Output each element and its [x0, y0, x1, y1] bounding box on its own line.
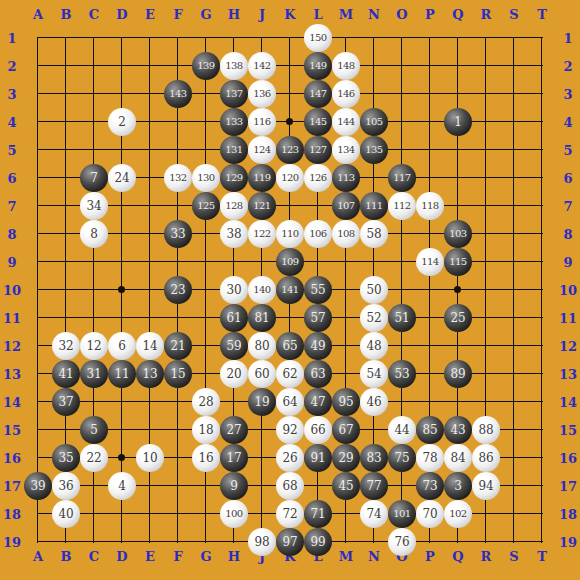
intersection-K1[interactable] — [276, 24, 304, 52]
stone-white-112[interactable]: 112 — [388, 192, 416, 220]
intersection-O3[interactable] — [388, 80, 416, 108]
intersection-G9[interactable] — [192, 248, 220, 276]
stone-black-149[interactable]: 149 — [304, 52, 332, 80]
intersection-H3[interactable]: 137 — [220, 80, 248, 108]
stone-white-74[interactable]: 74 — [360, 500, 388, 528]
intersection-H11[interactable]: 61 — [220, 304, 248, 332]
stone-black-11[interactable]: 11 — [108, 360, 136, 388]
intersection-S19[interactable] — [500, 528, 528, 556]
intersection-E12[interactable]: 14 — [136, 332, 164, 360]
stone-black-33[interactable]: 33 — [164, 220, 192, 248]
intersection-Q15[interactable]: 43 — [444, 416, 472, 444]
stone-black-51[interactable]: 51 — [388, 304, 416, 332]
intersection-J8[interactable]: 122 — [248, 220, 276, 248]
stone-white-146[interactable]: 146 — [332, 80, 360, 108]
intersection-P2[interactable] — [416, 52, 444, 80]
intersection-K4[interactable] — [276, 108, 304, 136]
intersection-F1[interactable] — [164, 24, 192, 52]
intersection-M13[interactable] — [332, 360, 360, 388]
stone-white-132[interactable]: 132 — [164, 164, 192, 192]
intersection-R13[interactable] — [472, 360, 500, 388]
stone-black-95[interactable]: 95 — [332, 388, 360, 416]
intersection-N11[interactable]: 52 — [360, 304, 388, 332]
intersection-O8[interactable] — [388, 220, 416, 248]
intersection-F16[interactable] — [164, 444, 192, 472]
intersection-Q18[interactable]: 102 — [444, 500, 472, 528]
intersection-F2[interactable] — [164, 52, 192, 80]
stone-black-113[interactable]: 113 — [332, 164, 360, 192]
intersection-H17[interactable]: 9 — [220, 472, 248, 500]
intersection-H16[interactable]: 17 — [220, 444, 248, 472]
intersection-R17[interactable]: 94 — [472, 472, 500, 500]
stone-white-84[interactable]: 84 — [444, 444, 472, 472]
intersection-L14[interactable]: 47 — [304, 388, 332, 416]
intersection-H12[interactable]: 59 — [220, 332, 248, 360]
intersection-R2[interactable] — [472, 52, 500, 80]
intersection-O15[interactable]: 44 — [388, 416, 416, 444]
intersection-H6[interactable]: 129 — [220, 164, 248, 192]
intersection-M8[interactable]: 108 — [332, 220, 360, 248]
intersection-Q4[interactable]: 1 — [444, 108, 472, 136]
intersection-M14[interactable]: 95 — [332, 388, 360, 416]
intersection-R8[interactable] — [472, 220, 500, 248]
intersection-S2[interactable] — [500, 52, 528, 80]
intersection-L6[interactable]: 126 — [304, 164, 332, 192]
intersection-S8[interactable] — [500, 220, 528, 248]
stone-black-43[interactable]: 43 — [444, 416, 472, 444]
intersection-L4[interactable]: 145 — [304, 108, 332, 136]
stone-white-78[interactable]: 78 — [416, 444, 444, 472]
stone-black-139[interactable]: 139 — [192, 52, 220, 80]
intersection-E4[interactable] — [136, 108, 164, 136]
intersection-K13[interactable]: 62 — [276, 360, 304, 388]
intersection-A16[interactable] — [24, 444, 52, 472]
intersection-R15[interactable]: 88 — [472, 416, 500, 444]
stone-black-59[interactable]: 59 — [220, 332, 248, 360]
intersection-S3[interactable] — [500, 80, 528, 108]
intersection-N2[interactable] — [360, 52, 388, 80]
intersection-C14[interactable] — [80, 388, 108, 416]
intersection-T12[interactable] — [528, 332, 556, 360]
intersection-A2[interactable] — [24, 52, 52, 80]
intersection-T14[interactable] — [528, 388, 556, 416]
intersection-O12[interactable] — [388, 332, 416, 360]
intersection-E19[interactable] — [136, 528, 164, 556]
intersection-Q9[interactable]: 115 — [444, 248, 472, 276]
intersection-S11[interactable] — [500, 304, 528, 332]
stone-white-114[interactable]: 114 — [416, 248, 444, 276]
intersection-C9[interactable] — [80, 248, 108, 276]
intersection-D4[interactable]: 2 — [108, 108, 136, 136]
intersection-L2[interactable]: 149 — [304, 52, 332, 80]
intersection-P5[interactable] — [416, 136, 444, 164]
intersection-E3[interactable] — [136, 80, 164, 108]
intersection-J6[interactable]: 119 — [248, 164, 276, 192]
intersection-L15[interactable]: 66 — [304, 416, 332, 444]
intersection-M19[interactable] — [332, 528, 360, 556]
intersection-N13[interactable]: 54 — [360, 360, 388, 388]
intersection-C18[interactable] — [80, 500, 108, 528]
intersection-K14[interactable]: 64 — [276, 388, 304, 416]
stone-white-46[interactable]: 46 — [360, 388, 388, 416]
stone-white-60[interactable]: 60 — [248, 360, 276, 388]
intersection-P15[interactable]: 85 — [416, 416, 444, 444]
intersection-P1[interactable] — [416, 24, 444, 52]
intersection-D17[interactable]: 4 — [108, 472, 136, 500]
intersection-C4[interactable] — [80, 108, 108, 136]
intersection-M17[interactable]: 45 — [332, 472, 360, 500]
intersection-C6[interactable]: 7 — [80, 164, 108, 192]
intersection-M2[interactable]: 148 — [332, 52, 360, 80]
stone-white-34[interactable]: 34 — [80, 192, 108, 220]
intersection-J15[interactable] — [248, 416, 276, 444]
intersection-J17[interactable] — [248, 472, 276, 500]
stone-white-24[interactable]: 24 — [108, 164, 136, 192]
intersection-F18[interactable] — [164, 500, 192, 528]
intersection-B4[interactable] — [52, 108, 80, 136]
stone-white-32[interactable]: 32 — [52, 332, 80, 360]
intersection-E14[interactable] — [136, 388, 164, 416]
intersection-N16[interactable]: 83 — [360, 444, 388, 472]
intersection-J1[interactable] — [248, 24, 276, 52]
intersection-D3[interactable] — [108, 80, 136, 108]
intersection-E2[interactable] — [136, 52, 164, 80]
stone-black-45[interactable]: 45 — [332, 472, 360, 500]
intersection-T19[interactable] — [528, 528, 556, 556]
intersection-G10[interactable] — [192, 276, 220, 304]
intersection-O11[interactable]: 51 — [388, 304, 416, 332]
stone-white-144[interactable]: 144 — [332, 108, 360, 136]
intersection-K10[interactable]: 141 — [276, 276, 304, 304]
intersection-D16[interactable] — [108, 444, 136, 472]
intersection-R11[interactable] — [472, 304, 500, 332]
stone-black-19[interactable]: 19 — [248, 388, 276, 416]
intersection-Q8[interactable]: 103 — [444, 220, 472, 248]
stone-white-30[interactable]: 30 — [220, 276, 248, 304]
stone-black-73[interactable]: 73 — [416, 472, 444, 500]
intersection-G13[interactable] — [192, 360, 220, 388]
intersection-B1[interactable] — [52, 24, 80, 52]
stone-black-31[interactable]: 31 — [80, 360, 108, 388]
intersection-C12[interactable]: 12 — [80, 332, 108, 360]
intersection-N10[interactable]: 50 — [360, 276, 388, 304]
stone-white-6[interactable]: 6 — [108, 332, 136, 360]
intersection-K16[interactable]: 26 — [276, 444, 304, 472]
intersection-F5[interactable] — [164, 136, 192, 164]
stone-black-53[interactable]: 53 — [388, 360, 416, 388]
intersection-L19[interactable]: 99 — [304, 528, 332, 556]
stone-white-54[interactable]: 54 — [360, 360, 388, 388]
intersection-C1[interactable] — [80, 24, 108, 52]
stone-white-10[interactable]: 10 — [136, 444, 164, 472]
intersection-M11[interactable] — [332, 304, 360, 332]
intersection-N6[interactable] — [360, 164, 388, 192]
intersection-D19[interactable] — [108, 528, 136, 556]
intersection-G17[interactable] — [192, 472, 220, 500]
stone-black-137[interactable]: 137 — [220, 80, 248, 108]
intersection-C15[interactable]: 5 — [80, 416, 108, 444]
intersection-N1[interactable] — [360, 24, 388, 52]
intersection-B2[interactable] — [52, 52, 80, 80]
intersection-T4[interactable] — [528, 108, 556, 136]
intersection-A7[interactable] — [24, 192, 52, 220]
stone-white-70[interactable]: 70 — [416, 500, 444, 528]
intersection-M4[interactable]: 144 — [332, 108, 360, 136]
stone-black-91[interactable]: 91 — [304, 444, 332, 472]
intersection-P17[interactable]: 73 — [416, 472, 444, 500]
intersection-N15[interactable] — [360, 416, 388, 444]
intersection-S6[interactable] — [500, 164, 528, 192]
stone-white-120[interactable]: 120 — [276, 164, 304, 192]
intersection-M10[interactable] — [332, 276, 360, 304]
intersection-B16[interactable]: 35 — [52, 444, 80, 472]
stone-white-142[interactable]: 142 — [248, 52, 276, 80]
intersection-J2[interactable]: 142 — [248, 52, 276, 80]
intersection-H15[interactable]: 27 — [220, 416, 248, 444]
stone-black-21[interactable]: 21 — [164, 332, 192, 360]
intersection-F10[interactable]: 23 — [164, 276, 192, 304]
stone-black-35[interactable]: 35 — [52, 444, 80, 472]
intersection-B7[interactable] — [52, 192, 80, 220]
stone-black-57[interactable]: 57 — [304, 304, 332, 332]
stone-black-25[interactable]: 25 — [444, 304, 472, 332]
intersection-D5[interactable] — [108, 136, 136, 164]
intersection-T11[interactable] — [528, 304, 556, 332]
intersection-T8[interactable] — [528, 220, 556, 248]
intersection-O2[interactable] — [388, 52, 416, 80]
intersection-G16[interactable]: 16 — [192, 444, 220, 472]
intersection-F11[interactable] — [164, 304, 192, 332]
intersection-Q14[interactable] — [444, 388, 472, 416]
stone-black-121[interactable]: 121 — [248, 192, 276, 220]
intersection-M15[interactable]: 67 — [332, 416, 360, 444]
stone-white-124[interactable]: 124 — [248, 136, 276, 164]
intersection-D1[interactable] — [108, 24, 136, 52]
intersection-P12[interactable] — [416, 332, 444, 360]
intersection-T1[interactable] — [528, 24, 556, 52]
intersection-B9[interactable] — [52, 248, 80, 276]
intersection-R4[interactable] — [472, 108, 500, 136]
intersection-E16[interactable]: 10 — [136, 444, 164, 472]
intersection-J4[interactable]: 116 — [248, 108, 276, 136]
intersection-T2[interactable] — [528, 52, 556, 80]
intersection-D11[interactable] — [108, 304, 136, 332]
intersection-E9[interactable] — [136, 248, 164, 276]
stone-black-3[interactable]: 3 — [444, 472, 472, 500]
stone-white-76[interactable]: 76 — [388, 528, 416, 556]
stone-black-75[interactable]: 75 — [388, 444, 416, 472]
intersection-B19[interactable] — [52, 528, 80, 556]
stone-black-143[interactable]: 143 — [164, 80, 192, 108]
stone-black-141[interactable]: 141 — [276, 276, 304, 304]
stone-white-72[interactable]: 72 — [276, 500, 304, 528]
intersection-C16[interactable]: 22 — [80, 444, 108, 472]
intersection-F4[interactable] — [164, 108, 192, 136]
stone-black-29[interactable]: 29 — [332, 444, 360, 472]
intersection-G18[interactable] — [192, 500, 220, 528]
intersection-A17[interactable]: 39 — [24, 472, 52, 500]
stone-white-116[interactable]: 116 — [248, 108, 276, 136]
intersection-S16[interactable] — [500, 444, 528, 472]
intersection-C3[interactable] — [80, 80, 108, 108]
stone-black-85[interactable]: 85 — [416, 416, 444, 444]
stone-white-48[interactable]: 48 — [360, 332, 388, 360]
intersection-T5[interactable] — [528, 136, 556, 164]
intersection-A18[interactable] — [24, 500, 52, 528]
intersection-G14[interactable]: 28 — [192, 388, 220, 416]
intersection-F3[interactable]: 143 — [164, 80, 192, 108]
intersection-B10[interactable] — [52, 276, 80, 304]
intersection-K7[interactable] — [276, 192, 304, 220]
intersection-P14[interactable] — [416, 388, 444, 416]
stone-black-47[interactable]: 47 — [304, 388, 332, 416]
intersection-P4[interactable] — [416, 108, 444, 136]
stone-black-97[interactable]: 97 — [276, 528, 304, 556]
intersection-Q10[interactable] — [444, 276, 472, 304]
intersection-N3[interactable] — [360, 80, 388, 108]
intersection-H8[interactable]: 38 — [220, 220, 248, 248]
stone-black-81[interactable]: 81 — [248, 304, 276, 332]
intersection-T15[interactable] — [528, 416, 556, 444]
intersection-F8[interactable]: 33 — [164, 220, 192, 248]
stone-white-126[interactable]: 126 — [304, 164, 332, 192]
intersection-R7[interactable] — [472, 192, 500, 220]
intersection-N4[interactable]: 105 — [360, 108, 388, 136]
intersection-N14[interactable]: 46 — [360, 388, 388, 416]
intersection-N9[interactable] — [360, 248, 388, 276]
stone-white-68[interactable]: 68 — [276, 472, 304, 500]
intersection-Q17[interactable]: 3 — [444, 472, 472, 500]
intersection-S9[interactable] — [500, 248, 528, 276]
intersection-C13[interactable]: 31 — [80, 360, 108, 388]
intersection-K3[interactable] — [276, 80, 304, 108]
intersection-H7[interactable]: 128 — [220, 192, 248, 220]
stone-white-86[interactable]: 86 — [472, 444, 500, 472]
stone-black-133[interactable]: 133 — [220, 108, 248, 136]
stone-black-77[interactable]: 77 — [360, 472, 388, 500]
stone-black-1[interactable]: 1 — [444, 108, 472, 136]
intersection-O17[interactable] — [388, 472, 416, 500]
intersection-H1[interactable] — [220, 24, 248, 52]
intersection-H9[interactable] — [220, 248, 248, 276]
intersection-K5[interactable]: 123 — [276, 136, 304, 164]
intersection-D10[interactable] — [108, 276, 136, 304]
intersection-M9[interactable] — [332, 248, 360, 276]
stone-black-83[interactable]: 83 — [360, 444, 388, 472]
intersection-M12[interactable] — [332, 332, 360, 360]
intersection-S1[interactable] — [500, 24, 528, 52]
stone-white-64[interactable]: 64 — [276, 388, 304, 416]
intersection-P6[interactable] — [416, 164, 444, 192]
intersection-F19[interactable] — [164, 528, 192, 556]
intersection-L1[interactable]: 150 — [304, 24, 332, 52]
intersection-F14[interactable] — [164, 388, 192, 416]
intersection-G19[interactable] — [192, 528, 220, 556]
stone-white-50[interactable]: 50 — [360, 276, 388, 304]
stone-black-61[interactable]: 61 — [220, 304, 248, 332]
intersection-F9[interactable] — [164, 248, 192, 276]
stone-black-27[interactable]: 27 — [220, 416, 248, 444]
intersection-K19[interactable]: 97 — [276, 528, 304, 556]
stone-white-134[interactable]: 134 — [332, 136, 360, 164]
intersection-T13[interactable] — [528, 360, 556, 388]
intersection-Q7[interactable] — [444, 192, 472, 220]
intersection-B13[interactable]: 41 — [52, 360, 80, 388]
intersection-B14[interactable]: 37 — [52, 388, 80, 416]
intersection-O5[interactable] — [388, 136, 416, 164]
intersection-A5[interactable] — [24, 136, 52, 164]
intersection-L16[interactable]: 91 — [304, 444, 332, 472]
stone-white-118[interactable]: 118 — [416, 192, 444, 220]
intersection-G2[interactable]: 139 — [192, 52, 220, 80]
intersection-T16[interactable] — [528, 444, 556, 472]
intersection-D13[interactable]: 11 — [108, 360, 136, 388]
stone-black-147[interactable]: 147 — [304, 80, 332, 108]
intersection-C19[interactable] — [80, 528, 108, 556]
intersection-N8[interactable]: 58 — [360, 220, 388, 248]
intersection-H10[interactable]: 30 — [220, 276, 248, 304]
intersection-S10[interactable] — [500, 276, 528, 304]
intersection-B8[interactable] — [52, 220, 80, 248]
intersection-T18[interactable] — [528, 500, 556, 528]
intersection-T9[interactable] — [528, 248, 556, 276]
stone-black-123[interactable]: 123 — [276, 136, 304, 164]
intersection-T3[interactable] — [528, 80, 556, 108]
stone-black-107[interactable]: 107 — [332, 192, 360, 220]
intersection-C8[interactable]: 8 — [80, 220, 108, 248]
stone-white-38[interactable]: 38 — [220, 220, 248, 248]
intersection-G5[interactable] — [192, 136, 220, 164]
intersection-G4[interactable] — [192, 108, 220, 136]
stone-white-130[interactable]: 130 — [192, 164, 220, 192]
intersection-D14[interactable] — [108, 388, 136, 416]
intersection-P18[interactable]: 70 — [416, 500, 444, 528]
intersection-S7[interactable] — [500, 192, 528, 220]
intersection-K2[interactable] — [276, 52, 304, 80]
intersection-B12[interactable]: 32 — [52, 332, 80, 360]
intersection-S12[interactable] — [500, 332, 528, 360]
stone-white-108[interactable]: 108 — [332, 220, 360, 248]
intersection-K8[interactable]: 110 — [276, 220, 304, 248]
stone-white-138[interactable]: 138 — [220, 52, 248, 80]
intersection-M6[interactable]: 113 — [332, 164, 360, 192]
stone-black-131[interactable]: 131 — [220, 136, 248, 164]
intersection-Q6[interactable] — [444, 164, 472, 192]
stone-black-49[interactable]: 49 — [304, 332, 332, 360]
stone-white-22[interactable]: 22 — [80, 444, 108, 472]
stone-black-13[interactable]: 13 — [136, 360, 164, 388]
intersection-T6[interactable] — [528, 164, 556, 192]
stone-black-125[interactable]: 125 — [192, 192, 220, 220]
intersection-N5[interactable]: 135 — [360, 136, 388, 164]
intersection-N12[interactable]: 48 — [360, 332, 388, 360]
stone-white-92[interactable]: 92 — [276, 416, 304, 444]
intersection-H19[interactable] — [220, 528, 248, 556]
intersection-M3[interactable]: 146 — [332, 80, 360, 108]
stone-white-94[interactable]: 94 — [472, 472, 500, 500]
intersection-P13[interactable] — [416, 360, 444, 388]
intersection-G8[interactable] — [192, 220, 220, 248]
intersection-S17[interactable] — [500, 472, 528, 500]
intersection-J10[interactable]: 140 — [248, 276, 276, 304]
intersection-P19[interactable] — [416, 528, 444, 556]
intersection-C5[interactable] — [80, 136, 108, 164]
intersection-J16[interactable] — [248, 444, 276, 472]
stone-black-105[interactable]: 105 — [360, 108, 388, 136]
stone-white-58[interactable]: 58 — [360, 220, 388, 248]
intersection-L18[interactable]: 71 — [304, 500, 332, 528]
intersection-B17[interactable]: 36 — [52, 472, 80, 500]
